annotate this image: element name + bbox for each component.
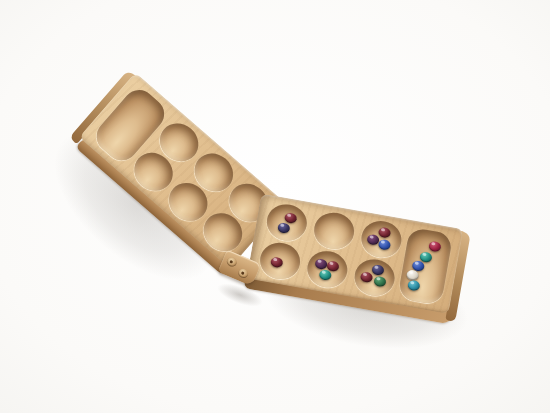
hinge-pin-icon <box>237 267 250 279</box>
bead-maroon <box>360 271 374 283</box>
bead-maroon <box>284 212 298 224</box>
bead-navy <box>371 264 385 276</box>
bead-maroon <box>270 256 284 268</box>
hinge-pin-icon <box>225 256 238 268</box>
pit-bottom-6[interactable] <box>352 256 398 298</box>
bead-maroon <box>378 226 392 238</box>
pit-top-4[interactable] <box>264 201 310 243</box>
right-store <box>397 227 453 306</box>
pit-bottom-4[interactable] <box>258 239 304 281</box>
mancala-board-photo <box>0 0 550 413</box>
bead-crimson <box>428 241 442 253</box>
right-panel-surface <box>247 194 464 314</box>
pit-top-5[interactable] <box>311 209 357 251</box>
bead-aqua <box>407 280 421 292</box>
right-panel <box>247 194 464 314</box>
pit-bottom-5[interactable] <box>305 248 351 290</box>
bead-navy <box>277 222 291 234</box>
bead-purple <box>314 258 328 270</box>
pit-top-6[interactable] <box>358 217 404 259</box>
bead-green <box>373 275 387 287</box>
bead-blue <box>377 238 391 250</box>
